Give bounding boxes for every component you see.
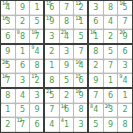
cell-digit: 8: [35, 62, 40, 70]
box-separator-horizontal-1: [0, 43, 133, 45]
cell-digit: 1: [49, 62, 54, 70]
cell-r3c7[interactable]: 161: [89, 30, 103, 44]
cage-sum: 10: [31, 30, 36, 35]
cell-digit: 5: [93, 121, 98, 129]
cell-r9c8[interactable]: 9: [104, 118, 118, 132]
cage-sum: 20: [2, 60, 7, 65]
cell-r5c6[interactable]: 164: [74, 60, 88, 74]
cell-r9c4[interactable]: 4: [45, 118, 59, 132]
box-separator-vertical-1: [43, 0, 45, 133]
cage-sum: 15: [46, 1, 51, 6]
cell-r9c9[interactable]: 8: [118, 118, 132, 132]
cell-r2c6[interactable]: 121: [74, 16, 88, 30]
cell-r9c3[interactable]: 6: [30, 118, 44, 132]
cell-digit: 8: [108, 4, 113, 12]
cell-r6c6[interactable]: 156: [74, 74, 88, 88]
cell-r2c8[interactable]: 4: [104, 16, 118, 30]
cage-sum: 12: [17, 118, 22, 123]
cell-r2c7[interactable]: 6: [89, 16, 103, 30]
cell-r5c7[interactable]: 2: [89, 60, 103, 74]
cell-r6c8[interactable]: 1: [104, 74, 118, 88]
cell-r4c5[interactable]: 3: [60, 45, 74, 59]
cell-r8c6[interactable]: 8: [74, 104, 88, 118]
cage-sum: 23: [61, 30, 66, 35]
cell-r2c1[interactable]: 163: [1, 16, 15, 30]
cell-digit: 4: [20, 92, 25, 100]
cell-r2c5[interactable]: 8: [60, 16, 74, 30]
cell-r4c8[interactable]: 5: [104, 45, 118, 59]
cell-digit: 3: [35, 92, 40, 100]
cell-digit: 1: [123, 92, 128, 100]
cell-r1c9[interactable]: 165: [118, 1, 132, 15]
cell-r5c9[interactable]: 3: [118, 60, 132, 74]
cell-r6c2[interactable]: 3: [16, 74, 30, 88]
cell-digit: 3: [79, 121, 84, 129]
cage-sum: 20: [119, 30, 124, 35]
cell-r8c1[interactable]: 1: [1, 104, 15, 118]
cell-digit: 1: [35, 4, 40, 12]
cage-sum: 8: [90, 104, 93, 109]
cell-digit: 9: [20, 4, 25, 12]
cage-sum: 16: [119, 1, 124, 6]
cell-r6c4[interactable]: 8: [45, 74, 59, 88]
cell-digit: 5: [20, 106, 25, 114]
cell-r5c5[interactable]: 9: [60, 60, 74, 74]
cell-digit: 2: [49, 48, 54, 56]
cell-r3c9[interactable]: 209: [118, 30, 132, 44]
cell-r4c2[interactable]: 1: [16, 45, 30, 59]
cell-r7c7[interactable]: 7: [89, 89, 103, 103]
cell-r8c4[interactable]: 7: [45, 104, 59, 118]
cell-r1c2[interactable]: 9: [16, 1, 30, 15]
box-separator-vertical-2: [87, 0, 89, 133]
cage-sum: 20: [105, 104, 110, 109]
cell-r3c3[interactable]: 107: [30, 30, 44, 44]
cell-digit: 5: [35, 18, 40, 26]
cell-digit: 8: [20, 33, 25, 41]
cell-digit: 5: [64, 77, 69, 85]
cell-r7c3[interactable]: 3: [30, 89, 44, 103]
cell-r8c7[interactable]: 84: [89, 104, 103, 118]
cell-r5c3[interactable]: 8: [30, 60, 44, 74]
cell-r7c9[interactable]: 1: [118, 89, 132, 103]
cell-r2c4[interactable]: 179: [45, 16, 59, 30]
cell-r3c1[interactable]: 6: [1, 30, 15, 44]
cell-r6c3[interactable]: 172: [30, 74, 44, 88]
cell-digit: 8: [5, 92, 10, 100]
cage-sum: 14: [2, 1, 7, 6]
sudoku-board: 1449115671223816516325179812164768810732…: [0, 0, 133, 133]
cell-digit: 6: [20, 62, 25, 70]
cell-digit: 7: [108, 62, 113, 70]
cell-digit: 2: [93, 62, 98, 70]
cell-r9c7[interactable]: 5: [89, 118, 103, 132]
cell-digit: 2: [20, 18, 25, 26]
cell-r2c9[interactable]: 7: [118, 16, 132, 30]
cell-r7c8[interactable]: 6: [104, 89, 118, 103]
cell-digit: 2: [64, 92, 69, 100]
cell-digit: 6: [5, 33, 10, 41]
cage-sum: 16: [75, 89, 80, 94]
cage-sum: 16: [2, 74, 7, 79]
cell-digit: 6: [93, 18, 98, 26]
cell-r4c4[interactable]: 2: [45, 45, 59, 59]
cell-digit: 7: [123, 18, 128, 26]
cell-digit: 6: [108, 92, 113, 100]
cell-digit: 9: [64, 62, 69, 70]
cell-digit: 8: [123, 121, 128, 129]
sudoku-app: 1449115671223816516325179812164768810732…: [0, 0, 133, 133]
cage-sum: 9: [119, 74, 122, 79]
cell-digit: 3: [64, 48, 69, 56]
cell-digit: 8: [64, 18, 69, 26]
cage-sum: 17: [46, 16, 51, 21]
cell-r3c4[interactable]: 3: [45, 30, 59, 44]
cell-digit: 1: [20, 48, 25, 56]
cage-sum: 8: [17, 30, 20, 35]
cell-digit: 9: [5, 48, 10, 56]
cell-r3c8[interactable]: 2: [104, 30, 118, 44]
cell-r5c1[interactable]: 205: [1, 60, 15, 74]
cell-r5c4[interactable]: 1: [45, 60, 59, 74]
cell-digit: 7: [79, 48, 84, 56]
cage-sum: 14: [61, 104, 66, 109]
cell-r5c8[interactable]: 7: [104, 60, 118, 74]
cell-digit: 8: [49, 77, 54, 85]
cell-r1c6[interactable]: 122: [74, 1, 88, 15]
cell-r8c2[interactable]: 5: [16, 104, 30, 118]
cell-digit: 4: [123, 77, 128, 85]
cell-r8c8[interactable]: 203: [104, 104, 118, 118]
cell-r1c1[interactable]: 144: [1, 1, 15, 15]
cage-sum: 16: [75, 60, 80, 65]
cell-r9c5[interactable]: 41: [60, 118, 74, 132]
cage-sum: 16: [2, 16, 7, 21]
cell-r1c8[interactable]: 8: [104, 1, 118, 15]
cell-digit: 5: [79, 33, 84, 41]
cell-r4c1[interactable]: 9: [1, 45, 15, 59]
cage-sum: 12: [75, 16, 80, 21]
cage-sum: 21: [46, 89, 51, 94]
cell-r3c5[interactable]: 234: [60, 30, 74, 44]
cell-digit: 4: [49, 121, 54, 129]
cell-r7c4[interactable]: 215: [45, 89, 59, 103]
cell-digit: 3: [20, 77, 25, 85]
cell-r6c9[interactable]: 94: [118, 74, 132, 88]
cell-r6c1[interactable]: 167: [1, 74, 15, 88]
cell-r4c3[interactable]: 94: [30, 45, 44, 59]
cage-sum: 9: [31, 45, 34, 50]
cage-sum: 4: [61, 118, 64, 123]
cell-digit: 1: [5, 106, 10, 114]
cell-digit: 1: [64, 121, 69, 129]
cell-r1c3[interactable]: 1: [30, 1, 44, 15]
cell-r7c6[interactable]: 169: [74, 89, 88, 103]
cell-digit: 7: [93, 92, 98, 100]
cell-r3c2[interactable]: 88: [16, 30, 30, 44]
cell-digit: 6: [123, 48, 128, 56]
cell-r4c9[interactable]: 6: [118, 45, 132, 59]
cell-digit: 5: [108, 48, 113, 56]
cell-digit: 8: [93, 48, 98, 56]
box-separator-horizontal-2: [0, 87, 133, 89]
cage-sum: 16: [90, 30, 95, 35]
cell-digit: 7: [64, 4, 69, 12]
cell-r4c6[interactable]: 7: [74, 45, 88, 59]
cell-digit: 7: [49, 106, 54, 114]
cell-r8c5[interactable]: 146: [60, 104, 74, 118]
cell-r9c1[interactable]: 2: [1, 118, 15, 132]
cell-digit: 3: [49, 33, 54, 41]
cell-r9c2[interactable]: 127: [16, 118, 30, 132]
cell-r1c5[interactable]: 7: [60, 1, 74, 15]
cell-r6c5[interactable]: 5: [60, 74, 74, 88]
cell-r5c2[interactable]: 6: [16, 60, 30, 74]
cell-r3c6[interactable]: 5: [74, 30, 88, 44]
cell-r2c3[interactable]: 5: [30, 16, 44, 30]
cell-digit: 2: [123, 106, 128, 114]
cell-digit: 4: [108, 18, 113, 26]
cell-digit: 3: [123, 62, 128, 70]
cell-r7c2[interactable]: 4: [16, 89, 30, 103]
cell-r8c9[interactable]: 2: [118, 104, 132, 118]
cell-digit: 2: [5, 121, 10, 129]
cage-sum: 15: [75, 74, 80, 79]
cell-r1c4[interactable]: 156: [45, 1, 59, 15]
cell-digit: 3: [93, 4, 98, 12]
cage-sum: 17: [31, 74, 36, 79]
cell-digit: 4: [93, 106, 98, 114]
cell-r4c7[interactable]: 8: [89, 45, 103, 59]
cell-r9c6[interactable]: 3: [74, 118, 88, 132]
cell-r6c7[interactable]: 9: [89, 74, 103, 88]
cell-digit: 2: [108, 33, 113, 41]
cell-digit: 9: [93, 77, 98, 85]
cell-digit: 6: [35, 121, 40, 129]
cell-digit: 8: [79, 106, 84, 114]
cage-sum: 12: [75, 1, 80, 6]
cell-digit: 4: [35, 48, 40, 56]
cell-r7c5[interactable]: 2: [60, 89, 74, 103]
cell-r7c1[interactable]: 8: [1, 89, 15, 103]
cell-r2c2[interactable]: 2: [16, 16, 30, 30]
cell-digit: 9: [108, 121, 113, 129]
cell-digit: 1: [108, 77, 113, 85]
cell-r8c3[interactable]: 9: [30, 104, 44, 118]
cell-r1c7[interactable]: 3: [89, 1, 103, 15]
cell-digit: 9: [35, 106, 40, 114]
